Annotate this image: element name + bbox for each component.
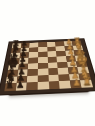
- square-f5: [38, 68, 48, 75]
- board-perspective-wrapper: ♜♟♟♜♞♟♟♞♝♟♟♝♛♟♟♛♚♟♟♚♝♟♟♝♞♟♟♞♜♟♟♜: [3, 18, 92, 107]
- black-pawn: ♟: [18, 67, 26, 76]
- square-d4: [47, 56, 57, 62]
- square-h2: ♟: [70, 80, 82, 88]
- square-h6: [26, 82, 37, 90]
- square-d5: [38, 57, 48, 63]
- square-h7: ♟: [15, 83, 27, 91]
- square-e1: ♚: [76, 61, 87, 67]
- square-d6: [28, 57, 38, 63]
- square-h4: [48, 81, 59, 89]
- black-pawn: ♟: [16, 81, 25, 91]
- square-d3: [57, 56, 67, 62]
- white-pawn: ♟: [72, 79, 81, 89]
- square-h5: [38, 82, 49, 90]
- black-pawn: ♟: [17, 74, 25, 83]
- chess-set-photo: ♜♟♟♜♞♟♟♞♝♟♟♝♛♟♟♛♚♟♟♚♝♟♟♝♞♟♟♞♜♟♟♜: [0, 0, 95, 126]
- chess-board: ♜♟♟♜♞♟♟♞♝♟♟♝♛♟♟♛♚♟♟♚♝♟♟♝♞♟♟♞♜♟♟♜: [0, 39, 95, 95]
- square-h8: ♜: [4, 83, 16, 91]
- white-pawn: ♟: [71, 72, 79, 81]
- square-h1: ♜: [80, 80, 93, 88]
